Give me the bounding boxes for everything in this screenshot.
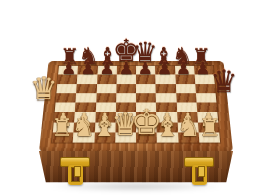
piece-black-pawn-h7[interactable]: ♟ (195, 60, 210, 77)
piece-white-knight-b1[interactable]: ♞ (71, 114, 95, 140)
piece-black-pawn-a7[interactable]: ♟ (61, 60, 76, 77)
piece-black-pawn-b7[interactable]: ♟ (80, 60, 95, 77)
piece-white-rook-h1[interactable]: ♜ (199, 116, 221, 140)
piece-white-bishop-f1[interactable]: ♝ (156, 114, 180, 140)
extra-white-queen[interactable]: ♛ (30, 73, 58, 104)
piece-black-pawn-c7[interactable]: ♟ (99, 60, 114, 77)
piece-black-pawn-f7[interactable]: ♟ (157, 60, 172, 77)
pieces-layer: ♛ ♛ ♜♞♝♚♛♝♞♜♟♟♟♟♟♟♟♟♟♟♟♟♟♟♟♟♜♞♝♛♚♝♞♜ (0, 0, 267, 196)
chess-set-photo: ♛ ♛ ♜♞♝♚♛♝♞♜♟♟♟♟♟♟♟♟♟♟♟♟♟♟♟♟♜♞♝♛♚♝♞♜ (0, 0, 267, 196)
piece-white-rook-a1[interactable]: ♜ (51, 116, 73, 140)
piece-black-pawn-e7[interactable]: ♟ (138, 60, 153, 77)
piece-black-pawn-g7[interactable]: ♟ (176, 60, 191, 77)
extra-black-queen[interactable]: ♛ (210, 66, 238, 97)
piece-white-knight-g1[interactable]: ♞ (177, 114, 201, 140)
piece-black-pawn-d7[interactable]: ♟ (118, 60, 133, 77)
